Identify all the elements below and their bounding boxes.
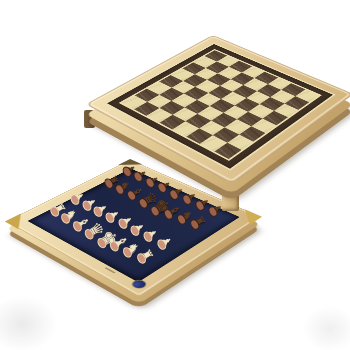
checkerboard (119, 49, 322, 161)
background-smudge-right (298, 302, 350, 350)
product-photo-scene: ♟♟♟♟♟♟♟♟♜♞♝♛♚♝♞♜♟♟♟♟♟♟♟♟♜♞♝♛♚♝♞♜ (0, 0, 350, 350)
board-assembly (126, 4, 316, 194)
board-top-face (86, 35, 350, 184)
brand-medallion (129, 278, 150, 290)
board-border-band (104, 43, 335, 171)
